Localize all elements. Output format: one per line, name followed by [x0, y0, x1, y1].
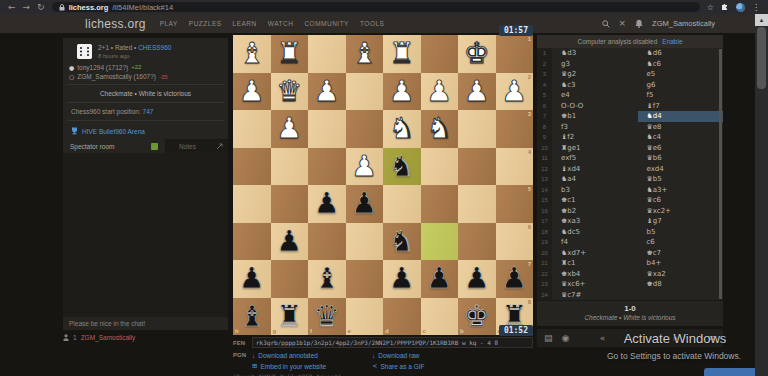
move-number: 6 — [537, 101, 552, 112]
square-b5[interactable] — [458, 185, 496, 223]
square-b1[interactable]: ♚ — [458, 35, 496, 73]
cross-table-icon[interactable]: ◉ — [562, 333, 570, 343]
square-b8[interactable]: ♚b — [458, 298, 496, 336]
move-1-white[interactable]: ♞d3 — [552, 48, 638, 59]
fen-label: FEN — [233, 340, 248, 346]
move-number: 24 — [537, 290, 552, 301]
pgn-share-gif-link[interactable]: ≺Share as a GIF — [372, 362, 533, 370]
move-number: 12 — [537, 164, 552, 175]
rank-label-1: 1 — [528, 36, 531, 42]
square-e4[interactable]: ♟ — [346, 148, 384, 186]
move-number: 13 — [537, 174, 552, 185]
move-22-black[interactable]: ♛xa2 — [638, 269, 724, 280]
move-3-black[interactable]: e5 — [638, 69, 724, 80]
move-12-white[interactable]: ♝xd4 — [552, 164, 638, 175]
result-status: Checkmate • White is victorious — [537, 314, 723, 321]
move-row-21: 21♜c1b4+ — [537, 258, 723, 269]
black-player-name[interactable]: ZGM_Samostically (1607?) — [77, 73, 156, 80]
square-d7[interactable]: ♟ — [383, 260, 421, 298]
square-c4[interactable] — [421, 148, 459, 186]
square-h1[interactable]: ♝ — [233, 35, 271, 73]
square-d5[interactable] — [383, 185, 421, 223]
move-15-black[interactable]: ♛c6 — [638, 195, 724, 206]
fen-pgn-section: FEN rk3qrb/pppp1b1p/3n2p1/4pp2/3nP3/2NN2… — [233, 337, 533, 376]
nav-community[interactable]: COMMUNITY — [304, 20, 349, 27]
move-16-black[interactable]: ♛xc2+ — [638, 206, 724, 217]
download-icon: ↓ — [252, 352, 255, 359]
white-bishop-h1[interactable]: ♝ — [233, 35, 271, 73]
square-f7[interactable]: ♝ — [308, 260, 346, 298]
chat-toggle[interactable] — [151, 143, 158, 150]
header-right: × ZGM_Samostically — [602, 19, 755, 28]
result-score: 1-0 — [537, 304, 723, 313]
move-row-1: 1♞d3♞d6 — [537, 48, 723, 59]
square-d1[interactable]: ♜ — [383, 35, 421, 73]
tab-spectator-room[interactable]: Spectator room — [63, 139, 165, 153]
browser-reload-icon[interactable]: ↻ — [37, 3, 45, 12]
nav-tools[interactable]: TOOLS — [360, 20, 384, 27]
nav-play[interactable]: PLAY — [160, 20, 178, 27]
logged-in-username[interactable]: ZGM_Samostically — [652, 19, 715, 28]
white-pawn-g3[interactable]: ♟ — [271, 110, 309, 148]
move-2-black[interactable]: ♞c6 — [638, 59, 724, 70]
enable-analysis-link[interactable]: Enable — [662, 38, 682, 45]
move-12-black[interactable]: exd4 — [638, 164, 724, 175]
black-knight-d4[interactable]: ♞ — [383, 148, 421, 186]
move-23-black[interactable]: ♚d8 — [638, 279, 724, 290]
black-player-row: ○ ZGM_Samostically (1607?) -35 — [69, 73, 222, 80]
rank-label-5: 5 — [528, 186, 531, 192]
move-row-12: 12♝xd4exd4 — [537, 164, 723, 175]
square-d6[interactable]: ♞ — [383, 223, 421, 261]
square-h3[interactable] — [233, 110, 271, 148]
move-5-black[interactable]: f5 — [638, 90, 724, 101]
square-g7[interactable] — [271, 260, 309, 298]
square-h8[interactable]: ♝h — [233, 298, 271, 336]
move-24-white[interactable]: ♛c7# — [552, 290, 638, 301]
browser-back-icon[interactable]: ← — [8, 3, 16, 12]
move-4-white[interactable]: ♞c3 — [552, 80, 638, 91]
computer-analysis-bar: Computer analysis disabled Enable — [537, 35, 723, 48]
move-1-black[interactable]: ♞d6 — [638, 48, 724, 59]
game-result-text: Checkmate • White is victorious — [69, 89, 222, 98]
browser-forward-icon[interactable]: → — [23, 3, 31, 12]
spectator-count: 1 — [73, 334, 77, 341]
pgn-download-raw-link[interactable]: ↓Download raw — [372, 352, 533, 359]
square-g3[interactable]: ♟ — [271, 110, 309, 148]
activate-windows-watermark: Activate Windows — [585, 331, 765, 346]
move-21-black[interactable]: b4+ — [638, 258, 724, 269]
move-row-11: 11exf5♛b6 — [537, 153, 723, 164]
move-18-white[interactable]: ♞dc5 — [552, 227, 638, 238]
white-king-b1[interactable]: ♚ — [458, 35, 496, 73]
move-19-black[interactable]: c6 — [638, 237, 724, 248]
square-c1[interactable] — [421, 35, 459, 73]
square-h7[interactable]: ♟ — [233, 260, 271, 298]
file-label-c: c — [423, 328, 426, 334]
chat-tabs: Spectator room Notes — [63, 139, 228, 153]
browser-menu-icon[interactable]: ⋮ — [752, 3, 760, 12]
white-pawn-f2[interactable]: ♟ — [308, 73, 346, 111]
move-row-22: 22♚xb4♛xa2 — [537, 269, 723, 280]
url-path: /lI54IMeI/black#14 — [112, 3, 173, 12]
move-number: 5 — [537, 90, 552, 101]
fen-input[interactable]: rk3qrb/pppp1b1p/3n2p1/4pp2/3nP3/2NN2P1/P… — [252, 337, 533, 348]
square-h4[interactable] — [233, 148, 271, 186]
white-clock: 01:57 — [499, 25, 533, 36]
move-row-6: 6O-O-O♝f7 — [537, 101, 723, 112]
square-f5[interactable]: ♟ — [308, 185, 346, 223]
white-player-name[interactable]: tony1294 (1712?) — [77, 64, 128, 71]
square-b7[interactable]: ♟ — [458, 260, 496, 298]
game-time-ago: 8 hours ago — [98, 53, 171, 59]
white-player-row: ● tony1294 (1712?) +22 — [69, 64, 222, 71]
move-row-8: 8f3♛e8 — [537, 122, 723, 133]
file-label-e: e — [348, 328, 351, 334]
move-11-black[interactable]: ♛b6 — [638, 153, 724, 164]
black-bishop-f7[interactable]: ♝ — [308, 260, 346, 298]
move-2-white[interactable]: g3 — [552, 59, 638, 70]
move-10-black[interactable]: ♛e6 — [638, 143, 724, 154]
spectator-list: 1 ZGM_Samostically — [63, 334, 228, 341]
black-clock: 01:52 — [499, 325, 533, 336]
move-20-black[interactable]: ♚c7 — [638, 248, 724, 259]
close-icon[interactable]: × — [619, 19, 627, 28]
move-number: 17 — [537, 216, 552, 227]
move-list[interactable]: 1♞d3♞d62g3♞c63♛g2e54♞c3g65e4f56O-O-O♝f77… — [537, 48, 723, 300]
black-pawn-e5[interactable]: ♟ — [346, 185, 384, 223]
move-row-23: 23♛xc6+♚d8 — [537, 279, 723, 290]
move-list-scrollbar[interactable] — [719, 49, 722, 299]
black-color-icon: ○ — [69, 73, 74, 80]
move-row-20: 20♞xd7+♚c7 — [537, 248, 723, 259]
move-24-black — [638, 290, 724, 301]
move-8-black[interactable]: ♛e8 — [638, 122, 724, 133]
square-b3[interactable] — [458, 110, 496, 148]
move-number: 23 — [537, 279, 552, 290]
move-row-16: 16♚b2♛xc2+ — [537, 206, 723, 217]
square-e1[interactable]: ♝ — [346, 35, 384, 73]
scrollbar-thumb[interactable] — [757, 27, 766, 89]
activate-windows-subtext: Go to Settings to activate Windows. — [580, 351, 768, 361]
square-e8[interactable]: e — [346, 298, 384, 336]
square-a2[interactable]: ♟2 — [496, 73, 534, 111]
move-7-black[interactable]: ♞d4 — [638, 111, 724, 122]
pgn-label: PGN — [233, 352, 248, 358]
move-number: 1 — [537, 48, 552, 59]
rank-label-3: 3 — [528, 111, 531, 117]
square-b2[interactable]: ♟ — [458, 73, 496, 111]
share-icon: ≺ — [372, 362, 377, 370]
square-a7[interactable]: ♟7 — [496, 260, 534, 298]
move-23-white[interactable]: ♛xc6+ — [552, 279, 638, 290]
square-d8[interactable]: d — [383, 298, 421, 336]
white-rook-d1[interactable]: ♜ — [383, 35, 421, 73]
white-knight-c3[interactable]: ♞ — [421, 110, 459, 148]
move-3-white[interactable]: ♛g2 — [552, 69, 638, 80]
white-pawn-b2[interactable]: ♟ — [458, 73, 496, 111]
move-number: 3 — [537, 69, 552, 80]
move-row-13: 13♞a4♛b5 — [537, 174, 723, 185]
variant-link[interactable]: CHESS960 — [138, 44, 171, 51]
black-pawn-c7[interactable]: ♟ — [421, 260, 459, 298]
move-9-white[interactable]: ♝f2 — [552, 132, 638, 143]
lichess-logo[interactable]: lichess.org — [85, 17, 146, 31]
pgn-embed-link[interactable]: ⊞Embed in your website — [252, 362, 372, 370]
divider — [67, 120, 224, 121]
square-a6[interactable]: 6 — [496, 223, 534, 261]
move-14-black[interactable]: ♞a3+ — [638, 185, 724, 196]
square-f4[interactable] — [308, 148, 346, 186]
bell-icon[interactable] — [635, 19, 643, 28]
black-rating-delta: -35 — [159, 74, 168, 80]
move-number: 21 — [537, 258, 552, 269]
move-number: 14 — [537, 185, 552, 196]
download-icon: ↓ — [372, 352, 375, 359]
square-g2[interactable]: ♛ — [271, 73, 309, 111]
lichess-game-page: ← → ↻ lichess.org/lI54IMeI/black#14 ☆ ⋮ … — [0, 0, 768, 376]
rank-label-6: 6 — [528, 224, 531, 230]
black-pawn-b7[interactable]: ♟ — [458, 260, 496, 298]
white-pawn-e4[interactable]: ♟ — [346, 148, 384, 186]
move-9-black[interactable]: ♞c4 — [638, 132, 724, 143]
move-row-10: 10♜ge1♛e6 — [537, 143, 723, 154]
move-10-white[interactable]: ♜ge1 — [552, 143, 638, 154]
divider — [67, 102, 224, 103]
move-6-white[interactable]: O-O-O — [552, 101, 638, 112]
move-number: 9 — [537, 132, 552, 143]
file-label-b: b — [460, 328, 464, 334]
move-18-black[interactable]: b5 — [638, 227, 724, 238]
square-a1[interactable]: 1 — [496, 35, 534, 73]
square-f8[interactable]: ♛f — [308, 298, 346, 336]
url-host: lichess.org — [69, 3, 109, 12]
move-row-3: 3♛g2e5 — [537, 69, 723, 80]
square-c3[interactable]: ♞ — [421, 110, 459, 148]
browser-toolbar: ← → ↻ lichess.org/lI54IMeI/black#14 ☆ ⋮ — [0, 0, 768, 14]
move-17-white[interactable]: ♚xa3 — [552, 216, 638, 227]
square-e7[interactable] — [346, 260, 384, 298]
scrollbar-up-arrow[interactable]: ▲ — [755, 14, 768, 26]
start-position-link[interactable]: 747 — [143, 108, 154, 115]
browser-scrollbar[interactable]: ▲ — [755, 14, 768, 376]
square-f3[interactable] — [308, 110, 346, 148]
move-4-black[interactable]: g6 — [638, 80, 724, 91]
move-row-15: 15♚c1♛c6 — [537, 195, 723, 206]
square-g5[interactable] — [271, 185, 309, 223]
move-8-white[interactable]: f3 — [552, 122, 638, 133]
move-number: 20 — [537, 248, 552, 259]
move-number: 18 — [537, 227, 552, 238]
move-6-black[interactable]: ♝f7 — [638, 101, 724, 112]
analysis-board-icon[interactable]: ▤ — [544, 333, 553, 343]
main-nav: PLAY PUZZLES LEARN WATCH COMMUNITY TOOLS — [160, 20, 385, 27]
white-knight-d3[interactable]: ♞ — [383, 110, 421, 148]
square-g8[interactable]: ♜g — [271, 298, 309, 336]
move-number: 7 — [537, 111, 552, 122]
person-icon — [63, 334, 69, 341]
black-pawn-f5[interactable]: ♟ — [308, 185, 346, 223]
spectator-username[interactable]: ZGM_Samostically — [81, 334, 136, 341]
file-label-g: g — [273, 328, 277, 334]
square-a5[interactable]: 5 — [496, 185, 534, 223]
black-knight-d6[interactable]: ♞ — [383, 223, 421, 261]
rank-label-8: 8 — [528, 299, 531, 305]
chat-messages[interactable] — [63, 153, 228, 317]
move-row-17: 17♚xa3♝g7 — [537, 216, 723, 227]
move-16-white[interactable]: ♚b2 — [552, 206, 638, 217]
move-number: 15 — [537, 195, 552, 206]
move-7-white[interactable]: ♚b1 — [552, 111, 638, 122]
square-f6[interactable] — [308, 223, 346, 261]
game-setup-line: 2+1 • Rated • CHESS960 — [98, 44, 171, 51]
move-21-white[interactable]: ♜c1 — [552, 258, 638, 269]
nav-watch[interactable]: WATCH — [268, 20, 294, 27]
move-number: 4 — [537, 80, 552, 91]
square-h5[interactable] — [233, 185, 271, 223]
rank-label-7: 7 — [528, 261, 531, 267]
square-g4[interactable] — [271, 148, 309, 186]
move-17-black[interactable]: ♝g7 — [638, 216, 724, 227]
move-row-7: 7♚b1♞d4 — [537, 111, 723, 122]
move-number: 10 — [537, 143, 552, 154]
square-h2[interactable]: ♟ — [233, 73, 271, 111]
square-c2[interactable]: ♟ — [421, 73, 459, 111]
white-pawn-c2[interactable]: ♟ — [421, 73, 459, 111]
square-e6[interactable] — [346, 223, 384, 261]
move-number: 19 — [537, 237, 552, 248]
divider — [67, 84, 224, 85]
rank-label-2: 2 — [528, 74, 531, 80]
square-a3[interactable]: 3 — [496, 110, 534, 148]
black-queen-f8[interactable]: ♛ — [308, 298, 346, 336]
move-row-18: 18♞dc5b5 — [537, 227, 723, 238]
square-d2[interactable]: ♟ — [383, 73, 421, 111]
move-13-black[interactable]: ♛b5 — [638, 174, 724, 185]
move-row-9: 9♝f2♞c4 — [537, 132, 723, 143]
square-c7[interactable]: ♟ — [421, 260, 459, 298]
move-22-white[interactable]: ♚xb4 — [552, 269, 638, 280]
tab-notes[interactable]: Notes — [165, 143, 210, 150]
move-number: 11 — [537, 153, 552, 164]
extensions-puzzle-icon[interactable] — [721, 3, 729, 11]
pgn-download-annotated-link[interactable]: ↓Download annotated — [252, 352, 372, 359]
white-pawn-d2[interactable]: ♟ — [383, 73, 421, 111]
embed-icon: ⊞ — [252, 362, 257, 370]
move-5-white[interactable]: e4 — [552, 90, 638, 101]
chat-input[interactable]: Please be nice in the chat! — [63, 317, 228, 330]
nav-puzzles[interactable]: PUZZLES — [189, 20, 222, 27]
move-13-white[interactable]: ♞a4 — [552, 174, 638, 185]
nav-learn[interactable]: LEARN — [233, 20, 257, 27]
move-row-5: 5e4f5 — [537, 90, 723, 101]
start-position-line: Chess960 start position: 747 — [69, 107, 222, 116]
trophy-icon — [71, 127, 78, 135]
square-g1[interactable]: ♜ — [271, 35, 309, 73]
square-e5[interactable]: ♟ — [346, 185, 384, 223]
square-e2[interactable] — [346, 73, 384, 111]
move-row-24: 24♛c7# — [537, 290, 723, 301]
white-color-icon: ● — [69, 64, 74, 71]
square-d3[interactable]: ♞ — [383, 110, 421, 148]
move-number: 8 — [537, 122, 552, 133]
chess-board[interactable]: ♝♜♝♜♚1♟♛♟♟♟♟♟2♟♞♞3♟♞4♟♟5♟♞6♟♝♟♟♟♟7♝h♜g♛f… — [233, 35, 533, 335]
move-row-14: 14b3♞a3+ — [537, 185, 723, 196]
analysis-disabled-text: Computer analysis disabled — [577, 38, 657, 45]
chess960-dice-icon — [77, 44, 92, 59]
square-f1[interactable] — [308, 35, 346, 73]
site-header: lichess.org PLAY PUZZLES LEARN WATCH COM… — [0, 14, 755, 33]
chat-resize-icon[interactable] — [210, 143, 228, 150]
square-c8[interactable]: c — [421, 298, 459, 336]
square-e3[interactable] — [346, 110, 384, 148]
white-queen-g2[interactable]: ♛ — [271, 73, 309, 111]
square-b6[interactable] — [458, 223, 496, 261]
result-block: 1-0 Checkmate • White is victorious — [537, 300, 723, 326]
game-meta-panel: 2+1 • Rated • CHESS960 8 hours ago ● ton… — [63, 38, 228, 140]
move-11-white[interactable]: exf5 — [552, 153, 638, 164]
file-label-f: f — [310, 328, 312, 334]
square-b4[interactable] — [458, 148, 496, 186]
square-a4[interactable]: 4 — [496, 148, 534, 186]
square-c6[interactable] — [421, 223, 459, 261]
move-number: 22 — [537, 269, 552, 280]
square-d4[interactable]: ♞ — [383, 148, 421, 186]
square-c5[interactable] — [421, 185, 459, 223]
tournament-link[interactable]: HIVE Bullet960 Arena — [69, 125, 222, 136]
move-19-white[interactable]: f4 — [552, 237, 638, 248]
search-icon[interactable] — [602, 20, 610, 28]
file-label-d: d — [385, 328, 389, 334]
address-bar[interactable]: lichess.org/lI54IMeI/black#14 — [52, 2, 700, 12]
move-number: 16 — [537, 206, 552, 217]
square-h6[interactable] — [233, 223, 271, 261]
move-14-white[interactable]: b3 — [552, 185, 638, 196]
square-f2[interactable]: ♟ — [308, 73, 346, 111]
padlock-icon — [59, 4, 65, 11]
white-pawn-h2[interactable]: ♟ — [233, 73, 271, 111]
move-row-4: 4♞c3g6 — [537, 80, 723, 91]
black-pawn-g6[interactable]: ♟ — [271, 223, 309, 261]
move-row-2: 2g3♞c6 — [537, 59, 723, 70]
move-20-white[interactable]: ♞xd7+ — [552, 248, 638, 259]
move-15-white[interactable]: ♚c1 — [552, 195, 638, 206]
rank-label-4: 4 — [528, 149, 531, 155]
move-number: 2 — [537, 59, 552, 70]
file-label-h: h — [235, 328, 239, 334]
bookmark-star-icon[interactable]: ☆ — [707, 3, 714, 12]
square-g6[interactable]: ♟ — [271, 223, 309, 261]
white-rook-g1[interactable]: ♜ — [271, 35, 309, 73]
white-rating-delta: +22 — [131, 64, 141, 70]
move-row-19: 19f4c6 — [537, 237, 723, 248]
browser-profile-avatar[interactable] — [736, 3, 745, 12]
black-pawn-h7[interactable]: ♟ — [233, 260, 271, 298]
black-pawn-d7[interactable]: ♟ — [383, 260, 421, 298]
white-bishop-e1[interactable]: ♝ — [346, 35, 384, 73]
